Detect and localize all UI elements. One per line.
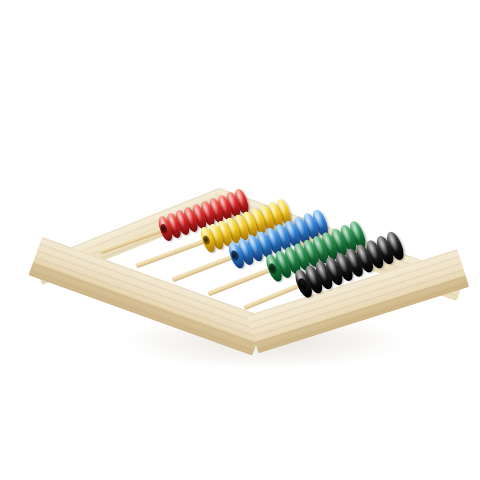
abacus-photo xyxy=(0,0,480,480)
